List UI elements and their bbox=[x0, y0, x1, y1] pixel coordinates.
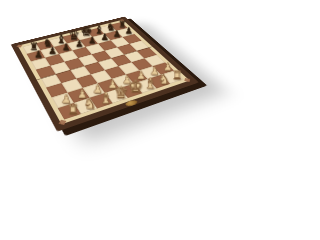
photo-scene: ♜♞♝♛♚♝♞♜♟♟♟♟♟♟♟♟♟♟♟♟♟♟♟♟♜♞♝♛♚♝♞♜ bbox=[0, 0, 200, 133]
inlay-corner-motif bbox=[58, 120, 66, 126]
piece-black-pawn: ♟ bbox=[30, 50, 46, 60]
board-frame: ♜♞♝♛♚♝♞♜♟♟♟♟♟♟♟♟♟♟♟♟♟♟♟♟♜♞♝♛♚♝♞♜ bbox=[11, 17, 199, 132]
board-grid: ♜♞♝♛♚♝♞♜♟♟♟♟♟♟♟♟♟♟♟♟♟♟♟♟♜♞♝♛♚♝♞♜ bbox=[22, 22, 183, 119]
piece-white-rook: ♜ bbox=[63, 103, 82, 116]
piece-black-pawn: ♟ bbox=[44, 46, 60, 56]
chess-board: ♜♞♝♛♚♝♞♜♟♟♟♟♟♟♟♟♟♟♟♟♟♟♟♟♜♞♝♛♚♝♞♜ bbox=[11, 17, 199, 132]
square-a1[interactable]: ♜ bbox=[58, 103, 81, 120]
board-inlay-border: ♜♞♝♛♚♝♞♜♟♟♟♟♟♟♟♟♟♟♟♟♟♟♟♟♜♞♝♛♚♝♞♜ bbox=[18, 20, 190, 124]
